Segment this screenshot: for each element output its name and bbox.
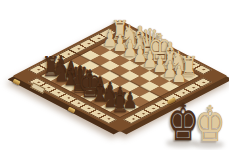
outside-light-king[interactable]: ♚ bbox=[195, 99, 226, 148]
piece-light-pawn-h2[interactable]: ♟ bbox=[172, 62, 187, 85]
piece-dark-rook-h8[interactable]: ♜ bbox=[111, 89, 129, 116]
chess-set-photo: ♜♞♝♛♚♝♞♜♟♟♟♟♟♟♟♟♟♟♟♟♟♟♟♟♜♞♝♛♚♝♞♜ ♚♚ bbox=[0, 0, 229, 150]
